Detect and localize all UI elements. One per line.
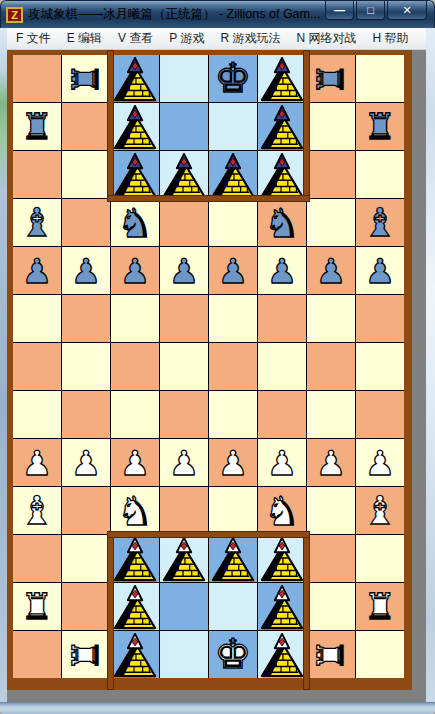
square-h3[interactable] [356, 535, 404, 582]
square-d6[interactable] [160, 391, 208, 438]
white-siege-rook-piece[interactable]: ♜ [313, 638, 349, 670]
square-h6[interactable] [356, 391, 404, 438]
blue-pyramid-icon [259, 56, 305, 102]
close-button[interactable]: ✕ [387, 1, 427, 20]
menu-item-0[interactable]: F 文件 [8, 28, 59, 49]
square-f8[interactable] [258, 295, 306, 342]
window-controls: —□✕ [325, 1, 427, 20]
square-b1[interactable]: ♜ [62, 631, 110, 678]
board-grid: ♜♚♜♜♜♝♞♞♝♟♟♟♟♟♟♟♟♟♟♟♟♟♟♟♟♝♞♞♝♜♜♜♚♜ [13, 55, 404, 678]
square-e9[interactable]: ♟ [209, 247, 257, 294]
square-a1[interactable] [13, 631, 61, 678]
square-g1[interactable]: ♜ [307, 631, 355, 678]
menu-item-2[interactable]: V 查看 [110, 28, 161, 49]
square-h4[interactable]: ♝ [356, 487, 404, 534]
square-a5[interactable]: ♟ [13, 439, 61, 486]
white-pawn-piece[interactable]: ♟ [120, 446, 150, 480]
white-pyramid-icon [112, 536, 158, 582]
square-a4[interactable]: ♝ [13, 487, 61, 534]
square-c2[interactable] [111, 583, 159, 630]
square-g3[interactable] [307, 535, 355, 582]
square-d3[interactable] [160, 535, 208, 582]
square-h8[interactable] [356, 295, 404, 342]
square-c10[interactable]: ♞ [111, 199, 159, 246]
white-pawn-piece[interactable]: ♟ [71, 446, 101, 480]
square-h9[interactable]: ♟ [356, 247, 404, 294]
client-area: ♜♚♜♜♜♝♞♞♝♟♟♟♟♟♟♟♟♟♟♟♟♟♟♟♟♝♞♞♝♜♜♜♚♜ [7, 50, 426, 703]
white-pyramid-icon [259, 536, 305, 582]
blue-pyramid-icon [112, 56, 158, 102]
square-c11[interactable] [111, 151, 159, 198]
square-g10[interactable] [307, 199, 355, 246]
square-d13[interactable] [160, 55, 208, 102]
square-b3[interactable] [62, 535, 110, 582]
white-king-piece[interactable]: ♚ [215, 634, 252, 675]
blue-bishop-piece[interactable]: ♝ [363, 203, 398, 242]
blue-pyramid-icon [259, 104, 305, 150]
blue-pyramid-icon [112, 104, 158, 150]
square-h5[interactable]: ♟ [356, 439, 404, 486]
blue-pawn-piece[interactable]: ♟ [120, 254, 150, 288]
square-b7[interactable] [62, 343, 110, 390]
square-g11[interactable] [307, 151, 355, 198]
square-h7[interactable] [356, 343, 404, 390]
square-g5[interactable]: ♟ [307, 439, 355, 486]
square-b6[interactable] [62, 391, 110, 438]
white-pawn-piece[interactable]: ♟ [169, 446, 199, 480]
white-pawn-piece[interactable]: ♟ [267, 446, 297, 480]
maximize-button[interactable]: □ [356, 1, 385, 20]
square-f7[interactable] [258, 343, 306, 390]
square-e13[interactable]: ♚ [209, 55, 257, 102]
square-a12[interactable]: ♜ [13, 103, 61, 150]
blue-siege-rook-piece[interactable]: ♜ [313, 62, 349, 94]
blue-pawn-piece[interactable]: ♟ [267, 254, 297, 288]
square-f12[interactable] [258, 103, 306, 150]
square-e4[interactable] [209, 487, 257, 534]
blue-pawn-piece[interactable]: ♟ [316, 254, 346, 288]
game-board: ♜♚♜♜♜♝♞♞♝♟♟♟♟♟♟♟♟♟♟♟♟♟♟♟♟♝♞♞♝♜♜♜♚♜ [7, 50, 412, 690]
blue-pawn-piece[interactable]: ♟ [169, 254, 199, 288]
white-pyramid-icon [161, 536, 207, 582]
blue-pawn-piece[interactable]: ♟ [71, 254, 101, 288]
square-h1[interactable] [356, 631, 404, 678]
square-e5[interactable]: ♟ [209, 439, 257, 486]
square-f11[interactable] [258, 151, 306, 198]
square-d8[interactable] [160, 295, 208, 342]
white-rook-piece[interactable]: ♜ [364, 589, 396, 625]
white-pyramid-icon [112, 584, 158, 630]
square-f4[interactable]: ♞ [258, 487, 306, 534]
square-a7[interactable] [13, 343, 61, 390]
window-border-left [0, 28, 7, 714]
square-g8[interactable] [307, 295, 355, 342]
square-b13[interactable]: ♜ [62, 55, 110, 102]
square-g12[interactable] [307, 103, 355, 150]
square-a13[interactable] [13, 55, 61, 102]
square-b9[interactable]: ♟ [62, 247, 110, 294]
blue-pyramid-icon [259, 152, 305, 198]
white-pyramid-icon [210, 536, 256, 582]
square-d4[interactable] [160, 487, 208, 534]
white-pawn-piece[interactable]: ♟ [22, 446, 52, 480]
minimize-button[interactable]: — [325, 1, 354, 20]
white-pawn-piece[interactable]: ♟ [218, 446, 248, 480]
blue-rook-piece[interactable]: ♜ [21, 109, 53, 145]
menu-item-5[interactable]: N 网络对战 [288, 28, 364, 49]
square-h13[interactable] [356, 55, 404, 102]
square-f3[interactable] [258, 535, 306, 582]
blue-pyramid-icon [112, 152, 158, 198]
square-c7[interactable] [111, 343, 159, 390]
white-castle-wall-right [303, 531, 310, 690]
square-c8[interactable] [111, 295, 159, 342]
blue-pyramid-icon [161, 152, 207, 198]
white-bishop-piece[interactable]: ♝ [363, 491, 398, 530]
square-d2[interactable] [160, 583, 208, 630]
blue-king-piece[interactable]: ♚ [215, 58, 252, 99]
blue-knight-piece[interactable]: ♞ [117, 203, 153, 243]
square-a3[interactable] [13, 535, 61, 582]
square-c3[interactable] [111, 535, 159, 582]
square-c6[interactable] [111, 391, 159, 438]
square-e11[interactable] [209, 151, 257, 198]
square-b4[interactable] [62, 487, 110, 534]
square-g4[interactable] [307, 487, 355, 534]
square-e8[interactable] [209, 295, 257, 342]
square-e3[interactable] [209, 535, 257, 582]
square-f10[interactable]: ♞ [258, 199, 306, 246]
blue-knight-piece[interactable]: ♞ [264, 203, 300, 243]
white-rook-piece[interactable]: ♜ [21, 589, 53, 625]
blue-pawn-piece[interactable]: ♟ [22, 254, 52, 288]
square-g9[interactable]: ♟ [307, 247, 355, 294]
white-pyramid-icon [112, 632, 158, 678]
square-h10[interactable]: ♝ [356, 199, 404, 246]
square-b10[interactable] [62, 199, 110, 246]
square-c5[interactable]: ♟ [111, 439, 159, 486]
square-a10[interactable]: ♝ [13, 199, 61, 246]
square-c13[interactable] [111, 55, 159, 102]
white-pyramid-icon [259, 584, 305, 630]
square-g2[interactable] [307, 583, 355, 630]
app-icon: Z [6, 7, 23, 23]
square-a11[interactable] [13, 151, 61, 198]
menu-item-4[interactable]: R 游戏玩法 [212, 28, 288, 49]
square-e1[interactable]: ♚ [209, 631, 257, 678]
square-d10[interactable] [160, 199, 208, 246]
square-b5[interactable]: ♟ [62, 439, 110, 486]
square-d9[interactable]: ♟ [160, 247, 208, 294]
blue-pawn-piece[interactable]: ♟ [365, 254, 395, 288]
white-castle-wall-left [107, 531, 114, 690]
menu-item-6[interactable]: H 帮助 [364, 28, 416, 49]
square-g7[interactable] [307, 343, 355, 390]
square-c12[interactable] [111, 103, 159, 150]
white-bishop-piece[interactable]: ♝ [20, 491, 55, 530]
square-a6[interactable] [13, 391, 61, 438]
window-border-bottom [0, 702, 435, 714]
square-h2[interactable]: ♜ [356, 583, 404, 630]
square-e12[interactable] [209, 103, 257, 150]
square-b2[interactable] [62, 583, 110, 630]
white-siege-rook-piece[interactable]: ♜ [68, 638, 104, 670]
square-h12[interactable]: ♜ [356, 103, 404, 150]
white-knight-piece[interactable]: ♞ [264, 491, 300, 531]
square-d1[interactable] [160, 631, 208, 678]
blue-rook-piece[interactable]: ♜ [364, 109, 396, 145]
square-e10[interactable] [209, 199, 257, 246]
square-c9[interactable]: ♟ [111, 247, 159, 294]
square-d12[interactable] [160, 103, 208, 150]
square-a2[interactable]: ♜ [13, 583, 61, 630]
blue-castle-wall-right [303, 50, 310, 202]
square-a9[interactable]: ♟ [13, 247, 61, 294]
square-e2[interactable] [209, 583, 257, 630]
square-g6[interactable] [307, 391, 355, 438]
square-c1[interactable] [111, 631, 159, 678]
menu-item-1[interactable]: E 编辑 [59, 28, 110, 49]
blue-pyramid-icon [210, 152, 256, 198]
square-b8[interactable] [62, 295, 110, 342]
blue-siege-rook-piece[interactable]: ♜ [68, 62, 104, 94]
square-f1[interactable] [258, 631, 306, 678]
blue-castle-wall-bottom [107, 195, 310, 202]
window-title: 攻城象棋——冰月曦篇（正统篇） - Zillions of Gam... [28, 6, 325, 23]
square-c4[interactable]: ♞ [111, 487, 159, 534]
menu-bar: F 文件E 编辑V 查看P 游戏R 游戏玩法N 网络对战H 帮助 [2, 28, 433, 50]
square-f5[interactable]: ♟ [258, 439, 306, 486]
square-f13[interactable] [258, 55, 306, 102]
title-bar: Z 攻城象棋——冰月曦篇（正统篇） - Zillions of Gam... —… [0, 0, 435, 28]
square-f6[interactable] [258, 391, 306, 438]
square-f2[interactable] [258, 583, 306, 630]
menu-item-3[interactable]: P 游戏 [161, 28, 212, 49]
square-d7[interactable] [160, 343, 208, 390]
blue-castle-wall-left [107, 50, 114, 202]
square-a8[interactable] [13, 295, 61, 342]
square-b12[interactable] [62, 103, 110, 150]
white-knight-piece[interactable]: ♞ [117, 491, 153, 531]
blue-bishop-piece[interactable]: ♝ [20, 203, 55, 242]
square-e6[interactable] [209, 391, 257, 438]
white-pawn-piece[interactable]: ♟ [316, 446, 346, 480]
square-b11[interactable] [62, 151, 110, 198]
square-d11[interactable] [160, 151, 208, 198]
blue-pawn-piece[interactable]: ♟ [218, 254, 248, 288]
square-d5[interactable]: ♟ [160, 439, 208, 486]
window-border-right [426, 28, 435, 714]
square-f9[interactable]: ♟ [258, 247, 306, 294]
white-castle-wall-top [107, 531, 310, 538]
square-e7[interactable] [209, 343, 257, 390]
app-window: Z 攻城象棋——冰月曦篇（正统篇） - Zillions of Gam... —… [0, 0, 435, 714]
square-h11[interactable] [356, 151, 404, 198]
white-pawn-piece[interactable]: ♟ [365, 446, 395, 480]
square-g13[interactable]: ♜ [307, 55, 355, 102]
white-pyramid-icon [259, 632, 305, 678]
